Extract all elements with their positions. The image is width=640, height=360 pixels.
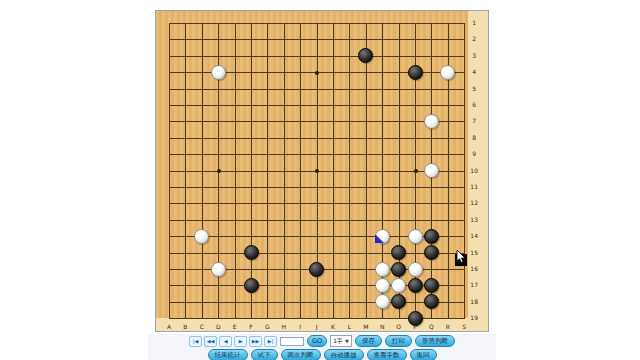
grid-line-horizontal — [169, 220, 465, 221]
nav-button-forward[interactable]: ▶ — [234, 336, 247, 347]
black-stone — [391, 262, 406, 277]
toolbar-button[interactable]: 试下 — [251, 349, 278, 360]
black-stone — [408, 311, 423, 326]
nav-button-fast-back[interactable]: ◀◀ — [204, 336, 217, 347]
column-label: Q — [429, 324, 434, 330]
black-stone — [424, 229, 439, 244]
toolbar-row-2: 结果统计试下两次判断自动播放查看手数返回 — [208, 349, 437, 360]
grid-line-horizontal — [169, 187, 465, 188]
row-label: 2 — [472, 36, 476, 42]
black-stone — [309, 262, 324, 277]
column-label: L — [348, 324, 351, 330]
toolbar-button[interactable]: 查看手数 — [367, 349, 407, 360]
grid-line-horizontal — [169, 302, 465, 303]
row-label: 7 — [472, 118, 476, 124]
row-label: 19 — [470, 315, 478, 321]
toolbar-button[interactable]: 保存 — [355, 335, 382, 347]
app-window: { "game": "go", "board": { "size": 19, "… — [0, 0, 640, 360]
last-move-triangle-marker — [375, 234, 384, 243]
white-stone — [375, 294, 390, 309]
row-label: 14 — [470, 233, 478, 239]
column-label: M — [363, 324, 368, 330]
column-label: E — [233, 324, 237, 330]
grid-line-vertical — [333, 23, 334, 319]
move-select[interactable]: 1手 ▼ — [330, 335, 352, 347]
row-label: 13 — [470, 217, 478, 223]
arrow-cursor-icon — [454, 249, 468, 265]
white-stone — [408, 262, 423, 277]
row-label: 18 — [470, 299, 478, 305]
column-label: H — [282, 324, 287, 330]
toolbar-button[interactable]: 结果统计 — [208, 349, 248, 360]
black-stone — [424, 245, 439, 260]
grid-line-vertical — [464, 23, 465, 319]
row-label: 1 — [472, 20, 476, 26]
row-label: 4 — [472, 69, 476, 75]
black-stone — [244, 245, 259, 260]
column-label: G — [265, 324, 270, 330]
nav-button-last[interactable]: ▶| — [264, 336, 277, 347]
column-label: S — [462, 324, 466, 330]
toolbar-button[interactable]: 两次判断 — [281, 349, 321, 360]
grid-line-horizontal — [169, 203, 465, 204]
white-stone — [391, 278, 406, 293]
star-point — [414, 169, 418, 173]
black-stone — [424, 278, 439, 293]
black-stone — [408, 278, 423, 293]
row-label: 11 — [470, 184, 478, 190]
column-label: J — [316, 324, 318, 330]
white-stone — [194, 229, 209, 244]
black-stone — [244, 278, 259, 293]
column-label: N — [380, 324, 385, 330]
row-label: 6 — [472, 102, 476, 108]
chevron-down-icon: ▼ — [345, 338, 349, 344]
game-toolbar: |◀◀◀◀▶▶▶▶| GO 1手 ▼ 保存打印形势判断 结果统计试下两次判断自动… — [148, 334, 496, 360]
white-stone — [424, 114, 439, 129]
row-label: 9 — [472, 151, 476, 157]
column-label-gutter — [156, 318, 488, 331]
column-label: B — [183, 324, 187, 330]
white-stone — [408, 229, 423, 244]
nav-button-back[interactable]: ◀ — [219, 336, 232, 347]
white-stone — [375, 262, 390, 277]
column-label: D — [216, 324, 221, 330]
go-button[interactable]: GO — [307, 335, 327, 347]
grid-line-vertical — [366, 23, 367, 319]
row-label: 5 — [472, 86, 476, 92]
column-label: F — [249, 324, 252, 330]
white-stone — [211, 65, 226, 80]
white-stone — [440, 65, 455, 80]
white-stone — [424, 163, 439, 178]
row-label: 17 — [470, 282, 478, 288]
grid-line-horizontal — [169, 253, 465, 254]
row-label: 3 — [472, 53, 476, 59]
move-nav-group: |◀◀◀◀▶▶▶▶| — [189, 336, 277, 347]
toolbar-button[interactable]: 自动播放 — [324, 349, 364, 360]
star-point — [217, 169, 221, 173]
row-label: 10 — [470, 168, 478, 174]
toolbar-buttons-right: 保存打印形势判断 — [355, 335, 455, 347]
white-stone — [375, 278, 390, 293]
nav-button-fast-forward[interactable]: ▶▶ — [249, 336, 262, 347]
column-label: I — [299, 324, 301, 330]
white-stone — [211, 262, 226, 277]
go-board[interactable]: ABCDEFGHIJKLMNOPQRS123456789101112131415… — [155, 10, 489, 332]
toolbar-button[interactable]: 形势判断 — [415, 335, 455, 347]
column-label: O — [396, 324, 401, 330]
column-label: K — [331, 324, 335, 330]
column-label: R — [446, 324, 450, 330]
column-label: C — [200, 324, 204, 330]
move-select-value: 1手 — [333, 337, 343, 346]
mouse-cursor-black-stone — [454, 252, 468, 266]
toolbar-row-1: |◀◀◀◀▶▶▶▶| GO 1手 ▼ 保存打印形势判断 — [189, 335, 455, 347]
star-point — [315, 71, 319, 75]
toolbar-button[interactable]: 返回 — [410, 349, 437, 360]
nav-button-first[interactable]: |◀ — [189, 336, 202, 347]
row-label: 12 — [470, 200, 478, 206]
row-label: 8 — [472, 135, 476, 141]
row-label: 16 — [470, 266, 478, 272]
row-label: 15 — [470, 250, 478, 256]
grid-line-vertical — [349, 23, 350, 319]
move-number-input[interactable] — [280, 337, 304, 346]
toolbar-button[interactable]: 打印 — [385, 335, 412, 347]
black-stone — [408, 65, 423, 80]
column-label: A — [167, 324, 171, 330]
